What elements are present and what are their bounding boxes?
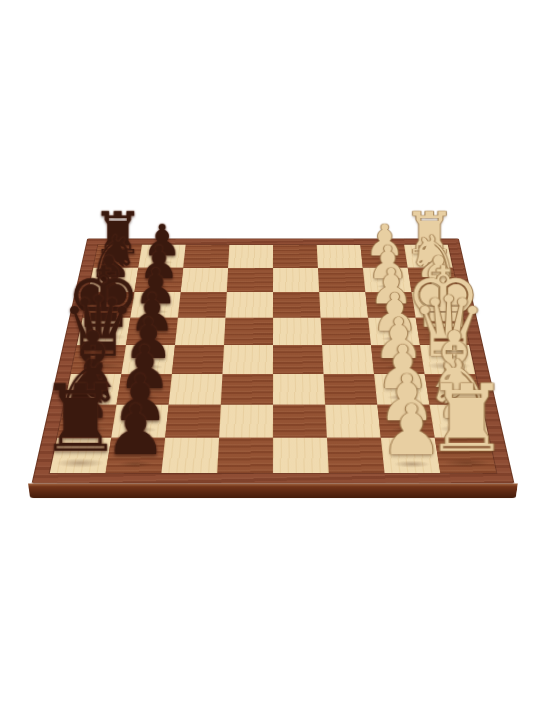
square-a6 [161,438,219,473]
square-c5 [221,374,273,405]
square-h5 [228,245,273,268]
square-h6 [183,245,229,268]
square-d3 [322,345,374,374]
square-h4 [273,245,318,268]
square-d6 [172,345,224,374]
square-b4 [273,405,327,438]
square-f5 [225,292,273,318]
square-c6 [169,374,223,405]
square-b5 [219,405,273,438]
product-photo-stage: ♜♟♟♜♞♟♟♞♝♟♟♝♚♟♟♚♛♟♟♛♝♟♟♝♞♟♟♞♜♟♟♜ [0,0,540,720]
square-h3 [317,245,363,268]
square-g3 [318,268,365,292]
square-a4 [273,438,329,473]
square-d5 [222,345,273,374]
square-b6 [165,405,221,438]
square-a8: ♜ [50,438,111,473]
square-c4 [273,374,325,405]
square-e3 [321,318,371,345]
square-d4 [273,345,324,374]
white-pawn-a2: ♟ [380,399,443,462]
square-a5 [217,438,273,473]
square-a1: ♜ [435,438,496,473]
square-f4 [273,292,321,318]
square-g6 [181,268,228,292]
square-g5 [227,268,273,292]
square-f6 [178,292,227,318]
square-c3 [324,374,378,405]
square-e6 [175,318,225,345]
board-grid: ♜♟♟♜♞♟♟♞♝♟♟♝♚♟♟♚♛♟♟♛♝♟♟♝♞♟♟♞♜♟♟♜ [50,245,496,473]
board-edge [28,484,518,499]
square-e4 [273,318,322,345]
square-e5 [224,318,273,345]
square-a2: ♟ [381,438,441,473]
square-a7: ♟ [106,438,166,473]
board-frame: ♜♟♟♜♞♟♟♞♝♟♟♝♚♟♟♚♛♟♟♛♝♟♟♝♞♟♟♞♜♟♟♜ [32,238,515,483]
square-b3 [325,405,381,438]
black-pawn-a7: ♟ [104,399,167,462]
square-a3 [327,438,385,473]
chess-board: ♜♟♟♜♞♟♟♞♝♟♟♝♚♟♟♚♛♟♟♛♝♟♟♝♞♟♟♞♜♟♟♜ [32,238,515,483]
square-g4 [273,268,319,292]
square-f3 [319,292,368,318]
